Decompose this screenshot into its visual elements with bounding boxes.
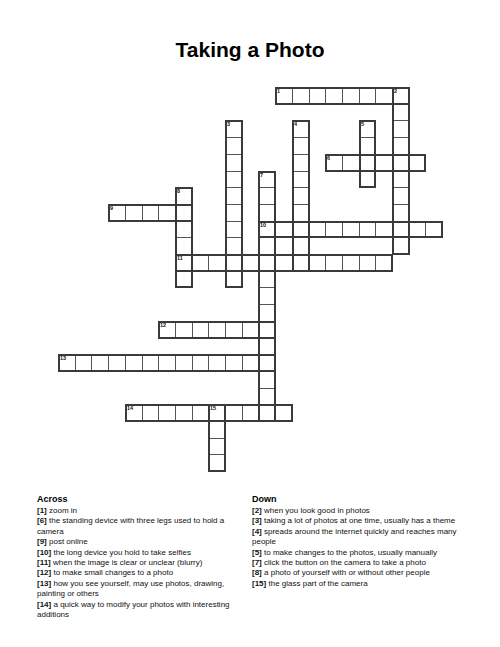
grid-cell[interactable]	[258, 304, 276, 322]
clue-number: [2]	[252, 506, 262, 515]
grid-cell[interactable]	[158, 204, 176, 222]
grid-cell[interactable]	[359, 87, 376, 105]
grid-cell[interactable]	[175, 237, 193, 255]
grid-cell[interactable]	[392, 221, 410, 238]
clue-number: [11]	[37, 558, 51, 567]
grid-cell[interactable]	[75, 354, 92, 372]
grid-cell[interactable]	[58, 354, 76, 372]
grid-cell[interactable]	[125, 204, 143, 222]
grid-cell[interactable]	[192, 354, 209, 372]
clue-across-1: [1] zoom in	[37, 506, 248, 516]
grid-cell[interactable]	[208, 438, 226, 455]
across-header: Across	[37, 494, 248, 505]
grid-cell[interactable]	[292, 154, 310, 172]
grid-cell[interactable]	[208, 254, 226, 272]
down-header: Down	[252, 494, 478, 505]
clue-across-6: [6] the standing device with three legs …	[37, 516, 248, 537]
clue-number: [14]	[37, 600, 51, 609]
grid-cell[interactable]	[225, 237, 243, 255]
grid-cell[interactable]	[275, 87, 293, 105]
clue-down-7: [7] click the button on the camera to ta…	[252, 558, 478, 568]
grid-cell[interactable]	[392, 154, 410, 172]
grid-cell[interactable]	[275, 404, 293, 422]
grid-cell[interactable]	[175, 254, 193, 272]
clue-number: [13]	[37, 579, 51, 588]
clue-number: [10]	[37, 548, 51, 557]
grid-cell[interactable]	[359, 221, 376, 238]
grid-cell[interactable]	[409, 154, 426, 172]
grid-cell[interactable]	[309, 87, 326, 105]
grid-cell[interactable]	[258, 237, 276, 255]
grid-cell[interactable]	[158, 321, 176, 339]
grid-cell[interactable]	[292, 254, 310, 272]
grid-cell[interactable]	[342, 87, 360, 105]
crossword-grid: 123456789101112131415	[58, 87, 444, 473]
grid-cell[interactable]	[258, 388, 276, 405]
across-clues-list: [1] zoom in[6] the standing device with …	[37, 506, 248, 620]
grid-cell[interactable]	[175, 204, 193, 222]
grid-cell[interactable]	[375, 221, 393, 238]
clue-down-8: [8] a photo of yourself with or without …	[252, 568, 478, 578]
grid-cell[interactable]	[142, 354, 159, 372]
grid-cell[interactable]	[258, 321, 276, 339]
grid-cell[interactable]	[275, 254, 293, 272]
grid-cell[interactable]	[125, 404, 143, 422]
grid-cell[interactable]	[309, 254, 326, 272]
grid-cell[interactable]	[142, 404, 159, 422]
clue-down-2: [2] when you look good in photos	[252, 506, 478, 516]
clue-across-13: [13] how you see yourself, may use photo…	[37, 579, 248, 600]
grid-cell[interactable]	[392, 171, 410, 188]
grid-cell[interactable]	[375, 87, 393, 105]
grid-cell[interactable]	[225, 354, 243, 372]
clue-number: [6]	[37, 516, 47, 525]
grid-cell[interactable]	[359, 171, 376, 188]
grid-cell[interactable]	[225, 254, 243, 272]
grid-cell[interactable]	[258, 404, 276, 422]
grid-cell[interactable]	[91, 354, 109, 372]
grid-cell[interactable]	[292, 87, 310, 105]
puzzle-title: Taking a Photo	[0, 38, 500, 62]
grid-cell[interactable]	[292, 120, 310, 138]
crossword-page: { "title": "Taking a Photo", "game": "cr…	[0, 0, 500, 647]
grid-cell[interactable]	[225, 187, 243, 205]
grid-cell[interactable]	[392, 237, 410, 255]
grid-cell[interactable]	[192, 404, 209, 422]
grid-cell[interactable]	[325, 154, 343, 172]
grid-cell[interactable]	[225, 120, 243, 138]
grid-cell[interactable]	[208, 404, 226, 422]
clue-number: [12]	[37, 568, 51, 577]
grid-cell[interactable]	[359, 154, 376, 172]
clue-number: [8]	[252, 568, 262, 577]
grid-cell[interactable]	[175, 187, 193, 205]
grid-cell[interactable]	[342, 254, 360, 272]
grid-cell[interactable]	[392, 104, 410, 121]
grid-cell[interactable]	[342, 221, 360, 238]
grid-cell[interactable]	[258, 354, 276, 372]
grid-cell[interactable]	[258, 371, 276, 389]
grid-cell[interactable]	[175, 354, 193, 372]
grid-cell[interactable]	[292, 221, 310, 238]
grid-cell[interactable]	[108, 354, 126, 372]
grid-cell[interactable]	[225, 271, 243, 288]
clue-across-11: [11] when the image is clear or unclear …	[37, 558, 248, 568]
grid-cell[interactable]	[225, 221, 243, 238]
grid-cell[interactable]	[225, 154, 243, 172]
clue-across-10: [10] the long device you hold to take se…	[37, 548, 248, 558]
grid-cell[interactable]	[325, 87, 343, 105]
grid-cell[interactable]	[258, 271, 276, 288]
grid-cell[interactable]	[309, 221, 326, 238]
grid-cell[interactable]	[242, 254, 259, 272]
grid-cell[interactable]	[258, 254, 276, 272]
grid-cell[interactable]	[225, 204, 243, 222]
grid-cell[interactable]	[325, 221, 343, 238]
clue-across-14: [14] a quick way to modify your photos w…	[37, 600, 248, 621]
down-clues-list: [2] when you look good in photos[3] taki…	[252, 506, 478, 589]
clue-number: [1]	[37, 506, 47, 515]
clue-down-5: [5] to make changes to the photos, usual…	[252, 548, 478, 558]
grid-cell[interactable]	[292, 237, 310, 255]
grid-cell[interactable]	[292, 137, 310, 155]
grid-cell[interactable]	[242, 321, 259, 339]
grid-cell[interactable]	[242, 354, 259, 372]
grid-cell[interactable]	[125, 354, 143, 372]
grid-cell[interactable]	[142, 204, 159, 222]
grid-cell[interactable]	[375, 154, 393, 172]
grid-cell[interactable]	[175, 271, 193, 288]
clue-across-12: [12] to make small changes to a photo	[37, 568, 248, 578]
grid-cell[interactable]	[192, 321, 209, 339]
grid-cell[interactable]	[425, 221, 443, 238]
grid-cell[interactable]	[225, 321, 243, 339]
clue-number: [9]	[37, 537, 47, 546]
grid-cell[interactable]	[258, 171, 276, 188]
clue-number: [15]	[252, 579, 266, 588]
down-clues-section: Down [2] when you look good in photos[3]…	[252, 494, 478, 589]
grid-cell[interactable]	[208, 454, 226, 472]
clue-down-4: [4] spreads around the internet quickly …	[252, 527, 478, 548]
grid-cell[interactable]	[158, 354, 176, 372]
grid-cell[interactable]	[292, 171, 310, 188]
grid-cell[interactable]	[342, 154, 360, 172]
grid-cell[interactable]	[175, 321, 193, 339]
grid-cell[interactable]	[242, 404, 259, 422]
clue-across-9: [9] post online	[37, 537, 248, 547]
grid-cell[interactable]	[325, 254, 343, 272]
grid-cell[interactable]	[208, 421, 226, 439]
grid-cell[interactable]	[192, 254, 209, 272]
grid-cell[interactable]	[392, 187, 410, 205]
grid-cell[interactable]	[392, 87, 410, 105]
grid-cell[interactable]	[225, 171, 243, 188]
grid-cell[interactable]	[392, 137, 410, 155]
grid-cell[interactable]	[258, 204, 276, 222]
grid-cell[interactable]	[359, 254, 376, 272]
grid-cell[interactable]	[292, 187, 310, 205]
clue-down-15: [15] the glass part of the camera	[252, 579, 478, 589]
grid-cell[interactable]	[409, 221, 426, 238]
grid-cell[interactable]	[225, 137, 243, 155]
grid-cell[interactable]	[258, 187, 276, 205]
grid-cell[interactable]	[108, 204, 126, 222]
grid-cell[interactable]	[175, 221, 193, 238]
grid-cell[interactable]	[208, 354, 226, 372]
grid-cell[interactable]	[208, 321, 226, 339]
grid-cell[interactable]	[392, 120, 410, 138]
grid-cell[interactable]	[392, 204, 410, 222]
grid-cell[interactable]	[375, 254, 393, 272]
clue-number: [5]	[252, 548, 262, 557]
clue-down-3: [3] taking a lot of photos at one time, …	[252, 516, 478, 526]
grid-cell[interactable]	[175, 404, 193, 422]
grid-cell[interactable]	[359, 137, 376, 155]
grid-cell[interactable]	[158, 404, 176, 422]
grid-cell[interactable]	[292, 204, 310, 222]
grid-cell[interactable]	[258, 221, 276, 238]
across-clues-section: Across [1] zoom in[6] the standing devic…	[37, 494, 248, 620]
grid-cell[interactable]	[225, 404, 243, 422]
clue-number: [4]	[252, 527, 262, 536]
clue-number: [7]	[252, 558, 262, 567]
grid-cell[interactable]	[359, 120, 376, 138]
grid-cell[interactable]	[275, 221, 293, 238]
grid-cell[interactable]	[258, 287, 276, 305]
grid-cell[interactable]	[258, 338, 276, 355]
clue-number: [3]	[252, 516, 262, 525]
